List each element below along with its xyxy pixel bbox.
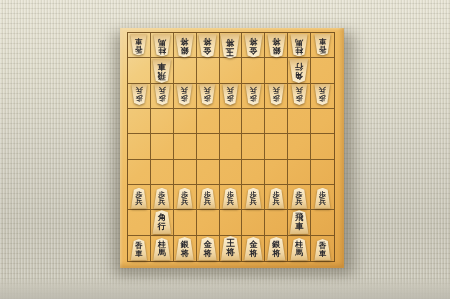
piece-kanji-label: 飛 車 <box>158 62 166 80</box>
board-cell[interactable] <box>242 210 265 235</box>
board-cell[interactable]: 歩 兵 <box>174 84 197 109</box>
board-cell[interactable]: 桂 馬 <box>288 236 311 261</box>
piece-slot: 歩 兵 <box>265 84 287 108</box>
board-cell[interactable] <box>242 160 265 185</box>
piece-slot: 金 将 <box>242 236 264 261</box>
shogi-piece-gote-silver[interactable]: 銀 将 <box>267 34 286 58</box>
board-cell[interactable] <box>220 134 243 159</box>
shogi-piece-gote-bishop[interactable]: 角 行 <box>289 59 309 83</box>
board-cell[interactable]: 歩 兵 <box>128 84 151 109</box>
piece-slot: 銀 将 <box>265 236 287 261</box>
shogi-piece-gote-pawn[interactable]: 歩 兵 <box>131 84 148 105</box>
piece-kanji-label: 角 行 <box>295 62 303 80</box>
piece-kanji-label: 桂 馬 <box>295 36 303 53</box>
shogi-piece-sente-pawn[interactable]: 歩 兵 <box>154 188 171 209</box>
board-cell[interactable] <box>128 109 151 134</box>
piece-kanji-label: 桂 馬 <box>295 241 303 258</box>
piece-kanji-label: 歩 兵 <box>273 87 280 102</box>
piece-slot: 歩 兵 <box>151 84 173 108</box>
board-cell[interactable]: 飛 車 <box>151 58 174 83</box>
piece-kanji-label: 銀 将 <box>272 37 280 54</box>
board-cell[interactable] <box>197 210 220 235</box>
piece-slot: 銀 将 <box>174 33 196 57</box>
piece-kanji-label: 銀 将 <box>181 240 189 257</box>
shogi-piece-gote-pawn[interactable]: 歩 兵 <box>176 84 193 105</box>
shogi-piece-sente-lance[interactable]: 香 車 <box>130 239 147 261</box>
piece-slot: 銀 将 <box>174 236 196 261</box>
piece-slot: 歩 兵 <box>174 84 196 108</box>
board-cell[interactable] <box>242 58 265 83</box>
board-cell[interactable]: 金 将 <box>197 236 220 261</box>
board-cell[interactable]: 香 車 <box>311 236 334 261</box>
piece-kanji-label: 歩 兵 <box>227 191 234 206</box>
shogi-piece-sente-pawn[interactable]: 歩 兵 <box>245 188 262 209</box>
piece-slot: 歩 兵 <box>311 185 334 209</box>
board-cell[interactable] <box>128 134 151 159</box>
piece-kanji-label: 王 将 <box>226 239 235 257</box>
piece-kanji-label: 玉 将 <box>226 37 235 55</box>
board-cell[interactable]: 金 将 <box>242 236 265 261</box>
board-cell[interactable] <box>288 134 311 159</box>
piece-slot: 飛 車 <box>288 210 310 234</box>
shogi-piece-sente-knight[interactable]: 桂 馬 <box>290 238 308 261</box>
shogi-piece-gote-pawn[interactable]: 歩 兵 <box>268 84 285 105</box>
piece-slot: 角 行 <box>288 58 310 82</box>
board-cell[interactable]: 香 車 <box>128 236 151 261</box>
shogi-piece-sente-pawn[interactable]: 歩 兵 <box>199 188 216 209</box>
piece-kanji-label: 歩 兵 <box>204 87 211 102</box>
piece-slot: 角 行 <box>151 210 173 234</box>
shogi-piece-sente-pawn[interactable]: 歩 兵 <box>131 188 148 209</box>
piece-slot: 桂 馬 <box>151 33 173 57</box>
piece-slot: 玉 将 <box>220 33 242 57</box>
piece-kanji-label: 歩 兵 <box>250 87 257 102</box>
board-cell[interactable] <box>220 58 243 83</box>
shogi-piece-sente-gold[interactable]: 金 将 <box>244 237 263 261</box>
piece-slot: 香 車 <box>128 236 150 261</box>
piece-slot: 桂 馬 <box>288 33 310 57</box>
board-grid: 香 車桂 馬銀 将金 将玉 将金 将銀 将桂 馬香 車飛 車角 行歩 兵歩 兵歩… <box>127 32 335 262</box>
piece-slot: 歩 兵 <box>288 84 310 108</box>
piece-slot: 銀 将 <box>265 33 287 57</box>
board-cell[interactable]: 歩 兵 <box>128 185 151 210</box>
piece-slot: 歩 兵 <box>242 185 264 209</box>
piece-kanji-label: 桂 馬 <box>158 241 166 258</box>
board-cell[interactable] <box>197 160 220 185</box>
shogi-piece-gote-king[interactable]: 玉 将 <box>220 34 240 59</box>
board-cell[interactable] <box>220 210 243 235</box>
board-cell[interactable] <box>311 58 334 83</box>
board-cell[interactable]: 歩 兵 <box>288 84 311 109</box>
board-cell[interactable]: 歩 兵 <box>174 185 197 210</box>
board-cell[interactable]: 金 将 <box>197 33 220 58</box>
board-cell[interactable]: 銀 将 <box>174 33 197 58</box>
board-cell[interactable] <box>174 160 197 185</box>
board-cell[interactable]: 香 車 <box>128 33 151 58</box>
piece-kanji-label: 歩 兵 <box>135 87 142 102</box>
board-cell[interactable]: 角 行 <box>151 210 174 235</box>
piece-slot: 歩 兵 <box>220 185 242 209</box>
board-cell[interactable] <box>151 134 174 159</box>
piece-kanji-label: 歩 兵 <box>296 87 303 102</box>
piece-slot: 歩 兵 <box>174 185 196 209</box>
shogi-piece-gote-pawn[interactable]: 歩 兵 <box>291 84 308 105</box>
board-cell[interactable]: 銀 将 <box>265 33 288 58</box>
shogi-board: 香 車桂 馬銀 将金 将玉 将金 将銀 将桂 馬香 車飛 車角 行歩 兵歩 兵歩… <box>120 28 344 268</box>
board-cell[interactable]: 銀 将 <box>174 236 197 261</box>
board-cell[interactable] <box>197 134 220 159</box>
board-cell[interactable] <box>174 109 197 134</box>
board-cell[interactable]: 歩 兵 <box>265 84 288 109</box>
tatami-foreground-blur <box>0 277 450 299</box>
board-cell[interactable]: 歩 兵 <box>311 84 334 109</box>
shogi-piece-sente-king[interactable]: 王 将 <box>220 236 240 261</box>
piece-kanji-label: 香 車 <box>135 36 142 52</box>
piece-kanji-label: 歩 兵 <box>204 191 211 206</box>
board-cell[interactable]: 歩 兵 <box>151 185 174 210</box>
piece-slot: 金 将 <box>242 33 264 57</box>
piece-slot: 桂 馬 <box>151 236 173 261</box>
board-cell[interactable]: 飛 車 <box>288 210 311 235</box>
piece-slot: 歩 兵 <box>128 185 150 209</box>
piece-slot: 歩 兵 <box>151 185 173 209</box>
board-cell[interactable] <box>128 160 151 185</box>
board-cell[interactable]: 桂 馬 <box>151 33 174 58</box>
board-cell[interactable]: 歩 兵 <box>197 84 220 109</box>
board-cell[interactable] <box>311 160 334 185</box>
board-cell[interactable]: 玉 将 <box>220 33 243 58</box>
piece-kanji-label: 歩 兵 <box>181 87 188 102</box>
piece-slot: 王 将 <box>220 236 242 261</box>
shogi-piece-sente-rook[interactable]: 飛 車 <box>289 210 309 234</box>
shogi-piece-gote-knight[interactable]: 桂 馬 <box>153 34 171 57</box>
shogi-piece-gote-lance[interactable]: 香 車 <box>314 34 331 56</box>
board-cell[interactable] <box>311 210 334 235</box>
board-cell[interactable] <box>151 109 174 134</box>
piece-kanji-label: 金 将 <box>204 37 212 54</box>
board-cell[interactable] <box>242 134 265 159</box>
piece-slot: 飛 車 <box>151 58 173 82</box>
board-cell[interactable] <box>174 58 197 83</box>
board-cell[interactable] <box>311 109 334 134</box>
piece-kanji-label: 金 将 <box>249 240 257 257</box>
piece-kanji-label: 香 車 <box>319 36 326 52</box>
board-cell[interactable]: 歩 兵 <box>151 84 174 109</box>
piece-kanji-label: 歩 兵 <box>273 191 280 206</box>
piece-slot: 金 将 <box>197 236 219 261</box>
board-cell[interactable] <box>311 134 334 159</box>
board-cell[interactable]: 歩 兵 <box>242 84 265 109</box>
board-cell[interactable]: 香 車 <box>311 33 334 58</box>
shogi-piece-gote-rook[interactable]: 飛 車 <box>152 59 172 83</box>
piece-slot: 歩 兵 <box>197 185 219 209</box>
piece-slot: 歩 兵 <box>220 84 242 108</box>
board-cell[interactable] <box>288 160 311 185</box>
piece-kanji-label: 桂 馬 <box>158 36 166 53</box>
piece-slot: 歩 兵 <box>128 84 150 108</box>
shogi-piece-sente-pawn[interactable]: 歩 兵 <box>314 188 331 209</box>
shogi-piece-gote-pawn[interactable]: 歩 兵 <box>245 84 262 105</box>
board-cell[interactable] <box>197 58 220 83</box>
board-cell[interactable]: 銀 将 <box>265 236 288 261</box>
shogi-piece-sente-silver[interactable]: 銀 将 <box>267 237 286 261</box>
piece-kanji-label: 歩 兵 <box>250 191 257 206</box>
piece-kanji-label: 歩 兵 <box>227 87 234 102</box>
board-cell[interactable]: 王 将 <box>220 236 243 261</box>
shogi-piece-sente-pawn[interactable]: 歩 兵 <box>222 188 239 209</box>
piece-kanji-label: 歩 兵 <box>319 87 326 102</box>
shogi-piece-sente-pawn[interactable]: 歩 兵 <box>291 188 308 209</box>
board-cell[interactable]: 金 将 <box>242 33 265 58</box>
piece-kanji-label: 飛 車 <box>295 213 303 231</box>
piece-slot: 歩 兵 <box>265 185 287 209</box>
board-cell[interactable] <box>151 160 174 185</box>
board-cell[interactable] <box>174 134 197 159</box>
shogi-piece-gote-gold[interactable]: 金 将 <box>198 34 217 58</box>
shogi-piece-sente-silver[interactable]: 銀 将 <box>175 237 194 261</box>
piece-slot: 香 車 <box>128 33 150 57</box>
shogi-piece-sente-knight[interactable]: 桂 馬 <box>153 238 171 261</box>
piece-slot: 香 車 <box>311 236 334 261</box>
board-cell[interactable]: 歩 兵 <box>220 84 243 109</box>
shogi-piece-gote-knight[interactable]: 桂 馬 <box>290 34 308 57</box>
piece-slot: 歩 兵 <box>242 84 264 108</box>
board-cell[interactable]: 角 行 <box>288 58 311 83</box>
board-cell[interactable] <box>220 109 243 134</box>
piece-slot: 桂 馬 <box>288 236 310 261</box>
piece-kanji-label: 金 将 <box>249 37 257 54</box>
board-cell[interactable]: 歩 兵 <box>197 185 220 210</box>
board-cell[interactable]: 桂 馬 <box>288 33 311 58</box>
board-cell[interactable] <box>128 210 151 235</box>
board-cell[interactable] <box>265 210 288 235</box>
piece-slot: 金 将 <box>197 33 219 57</box>
board-cell[interactable] <box>265 109 288 134</box>
tatami-background: 香 車桂 馬銀 将金 将玉 将金 将銀 将桂 馬香 車飛 車角 行歩 兵歩 兵歩… <box>0 0 450 299</box>
shogi-piece-sente-pawn[interactable]: 歩 兵 <box>176 188 193 209</box>
shogi-piece-gote-lance[interactable]: 香 車 <box>130 34 147 56</box>
piece-slot: 歩 兵 <box>288 185 310 209</box>
board-cell[interactable] <box>265 58 288 83</box>
piece-slot: 歩 兵 <box>311 84 334 108</box>
shogi-piece-sente-lance[interactable]: 香 車 <box>314 239 331 261</box>
board-cell[interactable] <box>220 160 243 185</box>
piece-kanji-label: 歩 兵 <box>296 191 303 206</box>
board-cell[interactable] <box>174 210 197 235</box>
piece-kanji-label: 歩 兵 <box>135 191 142 206</box>
board-cell[interactable] <box>128 58 151 83</box>
shogi-piece-gote-pawn[interactable]: 歩 兵 <box>199 84 216 105</box>
piece-kanji-label: 歩 兵 <box>181 191 188 206</box>
board-cell[interactable] <box>265 134 288 159</box>
shogi-piece-sente-gold[interactable]: 金 将 <box>198 237 217 261</box>
shogi-piece-gote-silver[interactable]: 銀 将 <box>175 34 194 58</box>
board-cell[interactable]: 桂 馬 <box>151 236 174 261</box>
board-cell[interactable] <box>288 109 311 134</box>
piece-slot: 歩 兵 <box>197 84 219 108</box>
board-cell[interactable]: 歩 兵 <box>265 185 288 210</box>
board-cell[interactable]: 歩 兵 <box>288 185 311 210</box>
board-cell[interactable] <box>242 109 265 134</box>
board-cell[interactable]: 歩 兵 <box>220 185 243 210</box>
piece-kanji-label: 銀 将 <box>181 37 189 54</box>
board-cell[interactable] <box>265 160 288 185</box>
piece-kanji-label: 歩 兵 <box>319 191 326 206</box>
board-cell[interactable]: 歩 兵 <box>311 185 334 210</box>
shogi-piece-sente-pawn[interactable]: 歩 兵 <box>268 188 285 209</box>
piece-kanji-label: 金 将 <box>204 240 212 257</box>
piece-kanji-label: 銀 将 <box>272 240 280 257</box>
piece-kanji-label: 香 車 <box>135 242 142 258</box>
piece-kanji-label: 歩 兵 <box>158 87 165 102</box>
board-cell[interactable]: 歩 兵 <box>242 185 265 210</box>
board-cell[interactable] <box>197 109 220 134</box>
piece-kanji-label: 歩 兵 <box>158 191 165 206</box>
shogi-piece-sente-bishop[interactable]: 角 行 <box>152 210 172 234</box>
shogi-piece-gote-pawn[interactable]: 歩 兵 <box>314 84 331 105</box>
shogi-piece-gote-pawn[interactable]: 歩 兵 <box>154 84 171 105</box>
piece-kanji-label: 角 行 <box>158 213 166 231</box>
piece-kanji-label: 香 車 <box>319 242 326 258</box>
piece-slot: 香 車 <box>311 33 334 57</box>
shogi-piece-gote-gold[interactable]: 金 将 <box>244 34 263 58</box>
shogi-piece-gote-pawn[interactable]: 歩 兵 <box>222 84 239 105</box>
